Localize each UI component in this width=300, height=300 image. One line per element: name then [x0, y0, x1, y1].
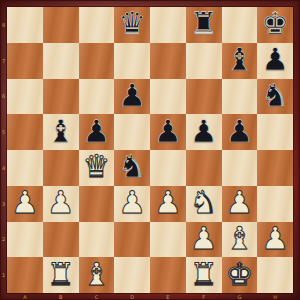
white-pawn-d3[interactable]: ♟ — [118, 187, 146, 218]
square-e2[interactable] — [150, 222, 186, 258]
square-a3[interactable]: ♟ — [7, 186, 43, 222]
white-pawn-a3[interactable]: ♟ — [11, 187, 39, 218]
rank-label-3: 3 — [2, 201, 5, 206]
square-d5[interactable] — [114, 114, 150, 150]
white-knight-f3[interactable]: ♞ — [190, 187, 218, 218]
square-h1[interactable] — [257, 257, 293, 293]
black-knight-h6[interactable]: ♞ — [261, 80, 289, 111]
square-c3[interactable] — [79, 186, 115, 222]
chess-board-frame: ♛♜♚♝♟♟♞♝♟♟♟♟♛♞♟♟♟♟♞♟♟♝♟♜♝♜♚ 87654321 ABC… — [0, 0, 300, 300]
square-c5[interactable]: ♟ — [79, 114, 115, 150]
square-f5[interactable]: ♟ — [186, 114, 222, 150]
black-bishop-b5[interactable]: ♝ — [47, 116, 75, 147]
rank-label-6: 6 — [2, 94, 5, 99]
white-queen-c4[interactable]: ♛ — [82, 151, 110, 182]
black-pawn-c5[interactable]: ♟ — [82, 116, 110, 147]
rank-label-7: 7 — [2, 58, 5, 63]
square-a4[interactable] — [7, 150, 43, 186]
square-b7[interactable] — [43, 43, 79, 79]
square-g5[interactable]: ♟ — [222, 114, 258, 150]
square-e5[interactable]: ♟ — [150, 114, 186, 150]
square-a2[interactable] — [7, 222, 43, 258]
square-f4[interactable] — [186, 150, 222, 186]
file-label-e: E — [166, 294, 169, 299]
square-a8[interactable] — [7, 7, 43, 43]
black-bishop-g7[interactable]: ♝ — [225, 44, 253, 75]
file-label-h: H — [273, 294, 277, 299]
square-d8[interactable]: ♛ — [114, 7, 150, 43]
white-pawn-f2[interactable]: ♟ — [190, 223, 218, 254]
square-d6[interactable]: ♟ — [114, 79, 150, 115]
square-c6[interactable] — [79, 79, 115, 115]
square-c1[interactable]: ♝ — [79, 257, 115, 293]
square-g1[interactable]: ♚ — [222, 257, 258, 293]
square-c8[interactable] — [79, 7, 115, 43]
square-d1[interactable] — [114, 257, 150, 293]
square-d4[interactable]: ♞ — [114, 150, 150, 186]
white-pawn-b3[interactable]: ♟ — [47, 187, 75, 218]
square-a1[interactable] — [7, 257, 43, 293]
square-b2[interactable] — [43, 222, 79, 258]
square-d2[interactable] — [114, 222, 150, 258]
square-h2[interactable]: ♟ — [257, 222, 293, 258]
black-knight-d4[interactable]: ♞ — [118, 151, 146, 182]
square-a7[interactable] — [7, 43, 43, 79]
square-e8[interactable] — [150, 7, 186, 43]
white-bishop-c1[interactable]: ♝ — [82, 259, 110, 290]
square-b5[interactable]: ♝ — [43, 114, 79, 150]
black-rook-f8[interactable]: ♜ — [190, 8, 218, 39]
square-h6[interactable]: ♞ — [257, 79, 293, 115]
square-g3[interactable]: ♟ — [222, 186, 258, 222]
rank-label-2: 2 — [2, 237, 5, 242]
white-rook-f1[interactable]: ♜ — [190, 259, 218, 290]
white-bishop-g2[interactable]: ♝ — [225, 223, 253, 254]
rank-label-5: 5 — [2, 130, 5, 135]
square-f3[interactable]: ♞ — [186, 186, 222, 222]
square-f7[interactable] — [186, 43, 222, 79]
black-pawn-h7[interactable]: ♟ — [261, 44, 289, 75]
square-e6[interactable] — [150, 79, 186, 115]
file-label-c: C — [95, 294, 99, 299]
square-b8[interactable] — [43, 7, 79, 43]
file-label-g: G — [237, 294, 241, 299]
square-b6[interactable] — [43, 79, 79, 115]
black-pawn-f5[interactable]: ♟ — [190, 116, 218, 147]
black-pawn-g5[interactable]: ♟ — [225, 116, 253, 147]
white-pawn-h2[interactable]: ♟ — [261, 223, 289, 254]
white-rook-b1[interactable]: ♜ — [47, 259, 75, 290]
square-c4[interactable]: ♛ — [79, 150, 115, 186]
square-g6[interactable] — [222, 79, 258, 115]
square-g7[interactable]: ♝ — [222, 43, 258, 79]
square-g8[interactable] — [222, 7, 258, 43]
square-h7[interactable]: ♟ — [257, 43, 293, 79]
square-a5[interactable] — [7, 114, 43, 150]
square-b4[interactable] — [43, 150, 79, 186]
black-queen-d8[interactable]: ♛ — [118, 8, 146, 39]
white-king-g1[interactable]: ♚ — [225, 259, 253, 290]
rank-label-8: 8 — [2, 22, 5, 27]
black-pawn-e5[interactable]: ♟ — [154, 116, 182, 147]
square-h5[interactable] — [257, 114, 293, 150]
file-label-f: F — [202, 294, 205, 299]
square-g2[interactable]: ♝ — [222, 222, 258, 258]
square-g4[interactable] — [222, 150, 258, 186]
square-c7[interactable] — [79, 43, 115, 79]
square-h4[interactable] — [257, 150, 293, 186]
square-f2[interactable]: ♟ — [186, 222, 222, 258]
rank-label-1: 1 — [2, 273, 5, 278]
square-a6[interactable] — [7, 79, 43, 115]
square-b3[interactable]: ♟ — [43, 186, 79, 222]
square-d7[interactable] — [114, 43, 150, 79]
white-pawn-e3[interactable]: ♟ — [154, 187, 182, 218]
square-e1[interactable] — [150, 257, 186, 293]
square-f6[interactable] — [186, 79, 222, 115]
square-c2[interactable] — [79, 222, 115, 258]
white-pawn-g3[interactable]: ♟ — [225, 187, 253, 218]
file-label-a: A — [23, 294, 26, 299]
square-b1[interactable]: ♜ — [43, 257, 79, 293]
square-e3[interactable]: ♟ — [150, 186, 186, 222]
square-f8[interactable]: ♜ — [186, 7, 222, 43]
file-label-d: D — [130, 294, 134, 299]
square-h3[interactable] — [257, 186, 293, 222]
square-h8[interactable]: ♚ — [257, 7, 293, 43]
square-d3[interactable]: ♟ — [114, 186, 150, 222]
file-label-b: B — [59, 294, 62, 299]
chess-board: ♛♜♚♝♟♟♞♝♟♟♟♟♛♞♟♟♟♟♞♟♟♝♟♜♝♜♚ — [7, 7, 293, 293]
square-e7[interactable] — [150, 43, 186, 79]
black-pawn-d6[interactable]: ♟ — [118, 80, 146, 111]
square-f1[interactable]: ♜ — [186, 257, 222, 293]
black-king-h8[interactable]: ♚ — [261, 8, 289, 39]
rank-label-4: 4 — [2, 165, 5, 170]
square-e4[interactable] — [150, 150, 186, 186]
